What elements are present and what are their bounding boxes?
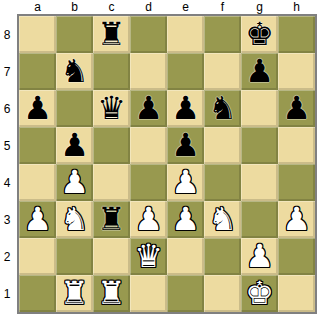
square-f1[interactable] [204, 275, 241, 312]
square-a1[interactable] [19, 275, 56, 312]
square-g4[interactable] [241, 164, 278, 201]
square-c2[interactable] [93, 238, 130, 275]
square-c5[interactable] [93, 127, 130, 164]
square-b8[interactable] [56, 16, 93, 53]
white-king-g1[interactable]: ♚ [245, 277, 274, 309]
square-g3[interactable] [241, 201, 278, 238]
file-label-b: b [56, 0, 93, 14]
rank-label-4: 4 [0, 164, 17, 201]
square-d6[interactable]: ♟ [130, 90, 167, 127]
square-h4[interactable] [278, 164, 315, 201]
white-pawn-h3[interactable]: ♟ [282, 203, 311, 235]
square-a4[interactable] [19, 164, 56, 201]
square-f5[interactable] [204, 127, 241, 164]
square-f3[interactable]: ♞ [204, 201, 241, 238]
black-rook-c3[interactable]: ♜ [97, 203, 126, 235]
square-h2[interactable] [278, 238, 315, 275]
square-g7[interactable]: ♟ [241, 53, 278, 90]
square-d1[interactable] [130, 275, 167, 312]
square-c7[interactable] [93, 53, 130, 90]
square-g8[interactable]: ♚ [241, 16, 278, 53]
rank-label-7: 7 [0, 53, 17, 90]
square-g2[interactable]: ♟ [241, 238, 278, 275]
square-a6[interactable]: ♟ [19, 90, 56, 127]
square-c1[interactable]: ♜ [93, 275, 130, 312]
chess-board: ♜♚♞♟♟♛♟♟♞♟♟♟♟♟♟♞♜♟♟♞♟♛♟♜♜♚ [17, 14, 317, 314]
file-labels: abcdefgh [19, 0, 317, 14]
square-g1[interactable]: ♚ [241, 275, 278, 312]
file-label-g: g [241, 0, 278, 14]
square-f7[interactable] [204, 53, 241, 90]
file-label-e: e [167, 0, 204, 14]
corner-spacer [0, 0, 17, 14]
rank-labels: 87654321 [0, 16, 17, 314]
file-label-c: c [93, 0, 130, 14]
square-h5[interactable] [278, 127, 315, 164]
white-pawn-d3[interactable]: ♟ [134, 203, 163, 235]
white-pawn-a3[interactable]: ♟ [23, 203, 52, 235]
square-d3[interactable]: ♟ [130, 201, 167, 238]
square-b5[interactable]: ♟ [56, 127, 93, 164]
rank-label-1: 1 [0, 275, 17, 312]
square-f8[interactable] [204, 16, 241, 53]
rank-label-2: 2 [0, 238, 17, 275]
black-rook-c8[interactable]: ♜ [97, 18, 126, 50]
square-h7[interactable] [278, 53, 315, 90]
chess-board-widget: abcdefgh 87654321 ♜♚♞♟♟♛♟♟♞♟♟♟♟♟♟♞♜♟♟♞♟♛… [0, 0, 317, 314]
black-knight-b7[interactable]: ♞ [60, 55, 89, 87]
white-pawn-e3[interactable]: ♟ [171, 203, 200, 235]
square-c6[interactable]: ♛ [93, 90, 130, 127]
rank-label-5: 5 [0, 127, 17, 164]
white-knight-f3[interactable]: ♞ [208, 203, 237, 235]
white-pawn-g2[interactable]: ♟ [245, 240, 274, 272]
square-a2[interactable] [19, 238, 56, 275]
white-pawn-b4[interactable]: ♟ [60, 166, 89, 198]
square-e4[interactable]: ♟ [167, 164, 204, 201]
square-d8[interactable] [130, 16, 167, 53]
square-a3[interactable]: ♟ [19, 201, 56, 238]
rank-label-3: 3 [0, 201, 17, 238]
square-g5[interactable] [241, 127, 278, 164]
square-h1[interactable] [278, 275, 315, 312]
black-pawn-h6[interactable]: ♟ [282, 92, 311, 124]
file-label-f: f [204, 0, 241, 14]
square-b4[interactable]: ♟ [56, 164, 93, 201]
black-king-g8[interactable]: ♚ [245, 18, 274, 50]
square-e1[interactable] [167, 275, 204, 312]
white-pawn-e4[interactable]: ♟ [171, 166, 200, 198]
square-d2[interactable]: ♛ [130, 238, 167, 275]
rank-label-6: 6 [0, 90, 17, 127]
black-pawn-e6[interactable]: ♟ [171, 92, 200, 124]
file-label-a: a [19, 0, 56, 14]
square-c4[interactable] [93, 164, 130, 201]
square-e3[interactable]: ♟ [167, 201, 204, 238]
square-h3[interactable]: ♟ [278, 201, 315, 238]
white-queen-d2[interactable]: ♛ [134, 240, 163, 272]
white-rook-b1[interactable]: ♜ [60, 277, 89, 309]
black-pawn-d6[interactable]: ♟ [134, 92, 163, 124]
black-pawn-a6[interactable]: ♟ [23, 92, 52, 124]
white-knight-b3[interactable]: ♞ [60, 203, 89, 235]
square-b7[interactable]: ♞ [56, 53, 93, 90]
square-a8[interactable] [19, 16, 56, 53]
square-d5[interactable] [130, 127, 167, 164]
black-pawn-e5[interactable]: ♟ [171, 129, 200, 161]
black-pawn-g7[interactable]: ♟ [245, 55, 274, 87]
square-c8[interactable]: ♜ [93, 16, 130, 53]
square-f4[interactable] [204, 164, 241, 201]
square-e6[interactable]: ♟ [167, 90, 204, 127]
square-e8[interactable] [167, 16, 204, 53]
white-rook-c1[interactable]: ♜ [97, 277, 126, 309]
square-d4[interactable] [130, 164, 167, 201]
square-a5[interactable] [19, 127, 56, 164]
square-e5[interactable]: ♟ [167, 127, 204, 164]
square-b2[interactable] [56, 238, 93, 275]
square-f2[interactable] [204, 238, 241, 275]
file-label-d: d [130, 0, 167, 14]
rank-label-8: 8 [0, 16, 17, 53]
square-e2[interactable] [167, 238, 204, 275]
square-b1[interactable]: ♜ [56, 275, 93, 312]
square-h6[interactable]: ♟ [278, 90, 315, 127]
square-d7[interactable] [130, 53, 167, 90]
square-h8[interactable] [278, 16, 315, 53]
black-pawn-b5[interactable]: ♟ [60, 129, 89, 161]
square-b3[interactable]: ♞ [56, 201, 93, 238]
black-queen-c6[interactable]: ♛ [97, 92, 126, 124]
square-g6[interactable] [241, 90, 278, 127]
square-c3[interactable]: ♜ [93, 201, 130, 238]
black-knight-f6[interactable]: ♞ [208, 92, 237, 124]
square-a7[interactable] [19, 53, 56, 90]
square-f6[interactable]: ♞ [204, 90, 241, 127]
file-label-h: h [278, 0, 315, 14]
square-e7[interactable] [167, 53, 204, 90]
square-b6[interactable] [56, 90, 93, 127]
